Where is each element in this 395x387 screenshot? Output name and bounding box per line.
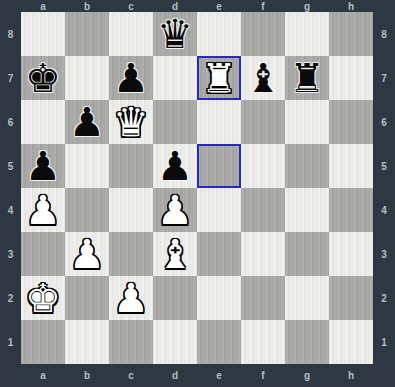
file-label-d: d xyxy=(172,1,178,12)
file-label-a: a xyxy=(40,1,46,12)
square-d2[interactable] xyxy=(153,276,197,320)
white-queen-piece[interactable]: ♛ xyxy=(113,102,149,142)
rank-label-3: 3 xyxy=(8,249,14,260)
square-f4[interactable] xyxy=(241,188,285,232)
square-d1[interactable] xyxy=(153,320,197,364)
square-h8[interactable] xyxy=(329,12,373,56)
square-g2[interactable] xyxy=(285,276,329,320)
square-h3[interactable] xyxy=(329,232,373,276)
file-label-c: c xyxy=(128,370,134,381)
rank-label-5: 5 xyxy=(8,161,14,172)
square-h6[interactable] xyxy=(329,100,373,144)
rank-label-2: 2 xyxy=(8,293,14,304)
square-e7[interactable]: ♜ xyxy=(197,56,241,100)
rank-label-7: 7 xyxy=(381,73,387,84)
file-label-a: a xyxy=(40,370,46,381)
white-bishop-piece[interactable]: ♝ xyxy=(157,234,193,274)
black-bishop-piece[interactable]: ♝ xyxy=(245,58,281,98)
square-h2[interactable] xyxy=(329,276,373,320)
square-b6[interactable]: ♟ xyxy=(65,100,109,144)
square-e5[interactable] xyxy=(197,144,241,188)
black-pawn-piece[interactable]: ♟ xyxy=(157,146,193,186)
coords-top: abcdefgh xyxy=(21,0,373,12)
file-label-d: d xyxy=(172,370,178,381)
white-rook-piece[interactable]: ♜ xyxy=(201,58,237,98)
square-e3[interactable] xyxy=(197,232,241,276)
square-a3[interactable] xyxy=(21,232,65,276)
rank-label-7: 7 xyxy=(8,73,14,84)
file-label-h: h xyxy=(348,370,354,381)
square-g1[interactable] xyxy=(285,320,329,364)
file-label-c: c xyxy=(128,1,134,12)
file-label-e: e xyxy=(216,370,222,381)
chess-board-frame: abcdefgh 87654321 ♛♚♟♜♝♜♟♛♟♟♟♟♟♝♚♟ 87654… xyxy=(0,0,395,387)
black-rook-piece[interactable]: ♜ xyxy=(289,58,325,98)
square-a4[interactable]: ♟ xyxy=(21,188,65,232)
square-d3[interactable]: ♝ xyxy=(153,232,197,276)
square-e4[interactable] xyxy=(197,188,241,232)
square-c5[interactable] xyxy=(109,144,153,188)
square-e8[interactable] xyxy=(197,12,241,56)
square-f8[interactable] xyxy=(241,12,285,56)
black-pawn-piece[interactable]: ♟ xyxy=(69,102,105,142)
square-a1[interactable] xyxy=(21,320,65,364)
file-label-g: g xyxy=(304,370,310,381)
square-b4[interactable] xyxy=(65,188,109,232)
square-c4[interactable] xyxy=(109,188,153,232)
square-b2[interactable] xyxy=(65,276,109,320)
square-a2[interactable]: ♚ xyxy=(21,276,65,320)
board[interactable]: ♛♚♟♜♝♜♟♛♟♟♟♟♟♝♚♟ xyxy=(21,12,373,364)
square-a7[interactable]: ♚ xyxy=(21,56,65,100)
square-c3[interactable] xyxy=(109,232,153,276)
rank-label-1: 1 xyxy=(381,337,387,348)
square-h5[interactable] xyxy=(329,144,373,188)
square-c6[interactable]: ♛ xyxy=(109,100,153,144)
file-label-b: b xyxy=(84,1,90,12)
rank-label-6: 6 xyxy=(381,117,387,128)
square-g4[interactable] xyxy=(285,188,329,232)
coords-left: 87654321 xyxy=(0,12,21,364)
square-f1[interactable] xyxy=(241,320,285,364)
white-pawn-piece[interactable]: ♟ xyxy=(69,234,105,274)
square-g5[interactable] xyxy=(285,144,329,188)
rank-label-3: 3 xyxy=(381,249,387,260)
square-d8[interactable]: ♛ xyxy=(153,12,197,56)
rank-label-8: 8 xyxy=(381,29,387,40)
square-e6[interactable] xyxy=(197,100,241,144)
square-g8[interactable] xyxy=(285,12,329,56)
black-pawn-piece[interactable]: ♟ xyxy=(113,58,149,98)
file-label-f: f xyxy=(261,1,264,12)
file-label-f: f xyxy=(261,370,264,381)
square-b7[interactable] xyxy=(65,56,109,100)
rank-label-4: 4 xyxy=(381,205,387,216)
black-queen-piece[interactable]: ♛ xyxy=(157,14,193,54)
square-h4[interactable] xyxy=(329,188,373,232)
square-f6[interactable] xyxy=(241,100,285,144)
square-g3[interactable] xyxy=(285,232,329,276)
square-e1[interactable] xyxy=(197,320,241,364)
square-f7[interactable]: ♝ xyxy=(241,56,285,100)
black-king-piece[interactable]: ♚ xyxy=(25,58,61,98)
square-b1[interactable] xyxy=(65,320,109,364)
square-c2[interactable]: ♟ xyxy=(109,276,153,320)
white-pawn-piece[interactable]: ♟ xyxy=(25,190,61,230)
coords-bottom: abcdefgh xyxy=(21,364,373,387)
square-e2[interactable] xyxy=(197,276,241,320)
square-a6[interactable] xyxy=(21,100,65,144)
file-label-b: b xyxy=(84,370,90,381)
square-h1[interactable] xyxy=(329,320,373,364)
square-d5[interactable]: ♟ xyxy=(153,144,197,188)
square-b5[interactable] xyxy=(65,144,109,188)
square-b8[interactable] xyxy=(65,12,109,56)
square-d7[interactable] xyxy=(153,56,197,100)
file-label-h: h xyxy=(348,1,354,12)
square-g6[interactable] xyxy=(285,100,329,144)
square-c1[interactable] xyxy=(109,320,153,364)
rank-label-6: 6 xyxy=(8,117,14,128)
square-a5[interactable]: ♟ xyxy=(21,144,65,188)
rank-label-4: 4 xyxy=(8,205,14,216)
white-pawn-piece[interactable]: ♟ xyxy=(113,278,149,318)
rank-label-2: 2 xyxy=(381,293,387,304)
square-f2[interactable] xyxy=(241,276,285,320)
square-h7[interactable] xyxy=(329,56,373,100)
square-a8[interactable] xyxy=(21,12,65,56)
square-g7[interactable]: ♜ xyxy=(285,56,329,100)
rank-label-1: 1 xyxy=(8,337,14,348)
white-king-piece[interactable]: ♚ xyxy=(25,278,61,318)
rank-label-8: 8 xyxy=(8,29,14,40)
square-d6[interactable] xyxy=(153,100,197,144)
square-f3[interactable] xyxy=(241,232,285,276)
file-label-e: e xyxy=(216,1,222,12)
file-label-g: g xyxy=(304,1,310,12)
square-f5[interactable] xyxy=(241,144,285,188)
black-pawn-piece[interactable]: ♟ xyxy=(25,146,61,186)
square-c7[interactable]: ♟ xyxy=(109,56,153,100)
white-pawn-piece[interactable]: ♟ xyxy=(157,190,193,230)
square-d4[interactable]: ♟ xyxy=(153,188,197,232)
rank-label-5: 5 xyxy=(381,161,387,172)
square-b3[interactable]: ♟ xyxy=(65,232,109,276)
square-c8[interactable] xyxy=(109,12,153,56)
coords-right: 87654321 xyxy=(373,12,395,364)
